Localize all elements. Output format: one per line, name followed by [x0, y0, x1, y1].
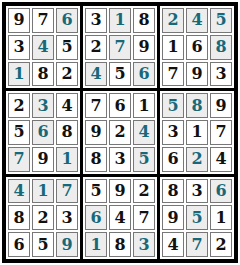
- sudoku-board: 9763451823182794562451687932345687917619…: [2, 2, 238, 263]
- cell-r9c5[interactable]: 8: [109, 232, 131, 257]
- cell-r5c9[interactable]: 7: [210, 120, 232, 145]
- box-r2c2: 761924835: [83, 91, 157, 173]
- cell-r4c3[interactable]: 4: [56, 93, 78, 118]
- cell-r8c8[interactable]: 5: [186, 205, 208, 230]
- cell-r2c1[interactable]: 3: [8, 35, 30, 60]
- cell-r6c3[interactable]: 1: [56, 147, 78, 172]
- cell-r8c1[interactable]: 8: [8, 205, 30, 230]
- box-r1c3: 245168793: [160, 6, 234, 88]
- cell-r7c4[interactable]: 5: [85, 179, 107, 204]
- cell-r9c8[interactable]: 7: [186, 232, 208, 257]
- cell-r8c3[interactable]: 3: [56, 205, 78, 230]
- box-r1c1: 976345182: [6, 6, 80, 88]
- cell-r5c7[interactable]: 3: [162, 120, 184, 145]
- cell-r7c5[interactable]: 9: [109, 179, 131, 204]
- cell-r8c5[interactable]: 4: [109, 205, 131, 230]
- cell-r9c9[interactable]: 2: [210, 232, 232, 257]
- cell-r8c9[interactable]: 1: [210, 205, 232, 230]
- cell-r3c9[interactable]: 3: [210, 62, 232, 87]
- cell-r5c2[interactable]: 6: [32, 120, 54, 145]
- cell-r7c2[interactable]: 1: [32, 179, 54, 204]
- cell-r7c7[interactable]: 8: [162, 179, 184, 204]
- cell-r1c6[interactable]: 8: [133, 8, 155, 33]
- cell-r9c3[interactable]: 9: [56, 232, 78, 257]
- cell-r3c7[interactable]: 7: [162, 62, 184, 87]
- cell-r3c4[interactable]: 4: [85, 62, 107, 87]
- cell-r7c1[interactable]: 4: [8, 179, 30, 204]
- cell-r7c9[interactable]: 6: [210, 179, 232, 204]
- cell-r5c8[interactable]: 1: [186, 120, 208, 145]
- cell-r9c1[interactable]: 6: [8, 232, 30, 257]
- cell-r1c8[interactable]: 4: [186, 8, 208, 33]
- page: 9763451823182794562451687932345687917619…: [0, 0, 240, 265]
- cell-r3c3[interactable]: 2: [56, 62, 78, 87]
- box-r3c2: 592647183: [83, 177, 157, 259]
- cell-r7c6[interactable]: 2: [133, 179, 155, 204]
- cell-r8c2[interactable]: 2: [32, 205, 54, 230]
- cell-r3c5[interactable]: 5: [109, 62, 131, 87]
- cell-r9c2[interactable]: 5: [32, 232, 54, 257]
- cell-r8c7[interactable]: 9: [162, 205, 184, 230]
- cell-r2c7[interactable]: 1: [162, 35, 184, 60]
- cell-r3c6[interactable]: 6: [133, 62, 155, 87]
- cell-r3c8[interactable]: 9: [186, 62, 208, 87]
- box-r2c3: 589317624: [160, 91, 234, 173]
- cell-r7c8[interactable]: 3: [186, 179, 208, 204]
- cell-r1c2[interactable]: 7: [32, 8, 54, 33]
- cell-r5c6[interactable]: 4: [133, 120, 155, 145]
- cell-r6c2[interactable]: 9: [32, 147, 54, 172]
- cell-r9c6[interactable]: 3: [133, 232, 155, 257]
- cell-r4c1[interactable]: 2: [8, 93, 30, 118]
- cell-r1c9[interactable]: 5: [210, 8, 232, 33]
- cell-r2c5[interactable]: 7: [109, 35, 131, 60]
- box-r3c1: 417823659: [6, 177, 80, 259]
- cell-r6c4[interactable]: 8: [85, 147, 107, 172]
- cell-r8c4[interactable]: 6: [85, 205, 107, 230]
- cell-r4c2[interactable]: 3: [32, 93, 54, 118]
- cell-r7c3[interactable]: 7: [56, 179, 78, 204]
- cell-r1c1[interactable]: 9: [8, 8, 30, 33]
- cell-r2c8[interactable]: 6: [186, 35, 208, 60]
- cell-r2c3[interactable]: 5: [56, 35, 78, 60]
- cell-r1c7[interactable]: 2: [162, 8, 184, 33]
- cell-r6c9[interactable]: 4: [210, 147, 232, 172]
- cell-r9c4[interactable]: 1: [85, 232, 107, 257]
- cell-r2c6[interactable]: 9: [133, 35, 155, 60]
- cell-r4c8[interactable]: 8: [186, 93, 208, 118]
- cell-r2c4[interactable]: 2: [85, 35, 107, 60]
- cell-r4c5[interactable]: 6: [109, 93, 131, 118]
- cell-r3c1[interactable]: 1: [8, 62, 30, 87]
- cell-r1c4[interactable]: 3: [85, 8, 107, 33]
- cell-r9c7[interactable]: 4: [162, 232, 184, 257]
- box-r2c1: 234568791: [6, 91, 80, 173]
- cell-r6c1[interactable]: 7: [8, 147, 30, 172]
- cell-r4c9[interactable]: 9: [210, 93, 232, 118]
- cell-r4c4[interactable]: 7: [85, 93, 107, 118]
- box-r1c2: 318279456: [83, 6, 157, 88]
- cell-r5c1[interactable]: 5: [8, 120, 30, 145]
- cell-r6c8[interactable]: 2: [186, 147, 208, 172]
- cell-r6c5[interactable]: 3: [109, 147, 131, 172]
- cell-r8c6[interactable]: 7: [133, 205, 155, 230]
- cell-r6c7[interactable]: 6: [162, 147, 184, 172]
- cell-r5c4[interactable]: 9: [85, 120, 107, 145]
- cell-r5c5[interactable]: 2: [109, 120, 131, 145]
- cell-r4c7[interactable]: 5: [162, 93, 184, 118]
- cell-r1c5[interactable]: 1: [109, 8, 131, 33]
- cell-r5c3[interactable]: 8: [56, 120, 78, 145]
- cell-r1c3[interactable]: 6: [56, 8, 78, 33]
- cell-r2c9[interactable]: 8: [210, 35, 232, 60]
- box-r3c3: 836951472: [160, 177, 234, 259]
- cell-r6c6[interactable]: 5: [133, 147, 155, 172]
- cell-r3c2[interactable]: 8: [32, 62, 54, 87]
- cell-r4c6[interactable]: 1: [133, 93, 155, 118]
- cell-r2c2[interactable]: 4: [32, 35, 54, 60]
